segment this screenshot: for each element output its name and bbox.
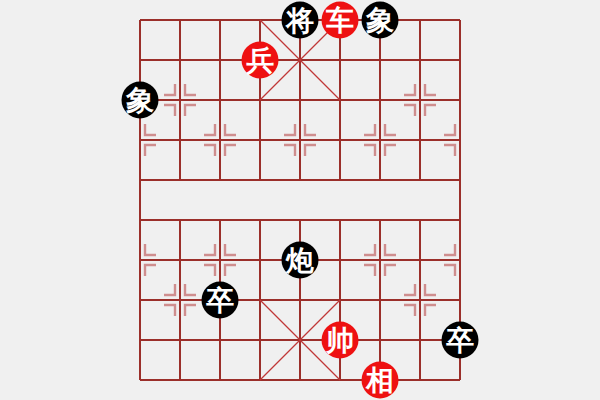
piece-black-elephant[interactable]: 象: [122, 82, 159, 119]
piece-black-elephant[interactable]: 象: [362, 2, 399, 39]
piece-red-elephant[interactable]: 相: [362, 362, 399, 399]
piece-black-soldier[interactable]: 卒: [202, 282, 239, 319]
board-grid: [0, 0, 600, 400]
piece-red-chariot[interactable]: 车: [322, 2, 359, 39]
piece-red-soldier[interactable]: 兵: [242, 42, 279, 79]
piece-red-general[interactable]: 帅: [322, 322, 359, 359]
piece-black-soldier[interactable]: 卒: [442, 322, 479, 359]
piece-black-cannon[interactable]: 炮: [282, 242, 319, 279]
piece-black-general[interactable]: 将: [282, 2, 319, 39]
xiangqi-board-area: 将车象兵象炮卒帅卒相: [0, 0, 600, 400]
